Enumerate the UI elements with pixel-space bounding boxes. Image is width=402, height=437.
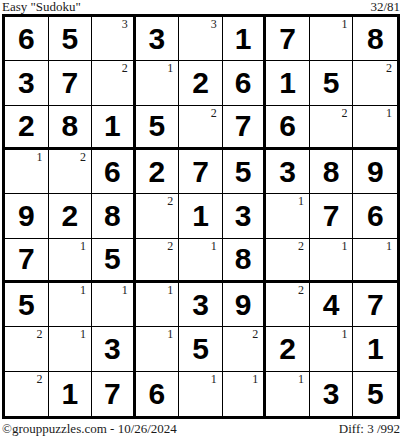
cell-r8c5[interactable]: 5 xyxy=(179,327,223,371)
candidate-count-mark: 1 xyxy=(341,17,347,31)
cell-r8c9[interactable]: 1 xyxy=(353,327,397,371)
candidate-count-mark: 2 xyxy=(252,327,258,341)
cell-r1c1[interactable]: 6 xyxy=(5,17,49,61)
cell-r7c2[interactable]: 1 xyxy=(49,283,93,327)
cell-r9c5[interactable]: 1 xyxy=(179,372,223,416)
given-digit: 2 xyxy=(49,194,92,237)
cell-r7c3[interactable]: 1 xyxy=(92,283,136,327)
given-digit: 2 xyxy=(179,61,222,104)
cell-r5c2[interactable]: 2 xyxy=(49,194,93,238)
cell-r6c3[interactable]: 5 xyxy=(92,239,136,283)
cell-r8c8[interactable]: 1 xyxy=(310,327,354,371)
cell-r9c3[interactable]: 7 xyxy=(92,372,136,416)
cell-r2c9[interactable]: 2 xyxy=(353,61,397,105)
cell-r8c7[interactable]: 2 xyxy=(266,327,310,371)
candidate-count-mark: 1 xyxy=(80,239,86,253)
cell-r3c7[interactable]: 6 xyxy=(266,106,310,150)
cell-r8c4[interactable]: 1 xyxy=(136,327,180,371)
candidate-count-mark: 2 xyxy=(37,327,43,341)
cell-r5c6[interactable]: 3 xyxy=(223,194,267,238)
candidate-count-mark: 2 xyxy=(211,106,217,120)
candidate-count-mark: 3 xyxy=(122,17,128,31)
candidate-count-mark: 1 xyxy=(167,61,173,75)
cell-r6c1[interactable]: 7 xyxy=(5,239,49,283)
cell-r5c1[interactable]: 9 xyxy=(5,194,49,238)
cell-r9c2[interactable]: 1 xyxy=(49,372,93,416)
cell-r9c1[interactable]: 2 xyxy=(5,372,49,416)
given-digit: 5 xyxy=(49,17,92,60)
given-digit: 9 xyxy=(223,283,264,326)
candidate-count-mark: 1 xyxy=(167,327,173,341)
given-digit: 9 xyxy=(353,150,397,193)
candidate-count-mark: 3 xyxy=(211,17,217,31)
cell-r8c3[interactable]: 3 xyxy=(92,327,136,371)
given-digit: 2 xyxy=(136,150,179,193)
header: Easy "Sudoku" 32/81 xyxy=(2,0,400,14)
given-digit: 1 xyxy=(49,372,92,416)
candidate-count-mark: 2 xyxy=(298,283,304,297)
cell-r1c9[interactable]: 8 xyxy=(353,17,397,61)
cell-r4c3[interactable]: 6 xyxy=(92,150,136,194)
cell-r2c2[interactable]: 7 xyxy=(49,61,93,105)
difficulty-text: Diff: 3 /992 xyxy=(339,422,400,436)
cell-r4c1[interactable]: 1 xyxy=(5,150,49,194)
puzzle-title: Easy "Sudoku" xyxy=(2,0,81,13)
cell-r3c3[interactable]: 1 xyxy=(92,106,136,150)
cell-r8c2[interactable]: 1 xyxy=(49,327,93,371)
candidate-count-mark: 1 xyxy=(341,239,347,253)
candidate-count-mark: 2 xyxy=(167,194,173,208)
given-digit: 1 xyxy=(266,61,309,104)
given-digit: 3 xyxy=(92,327,133,370)
candidate-count-mark: 2 xyxy=(341,106,347,120)
given-digit: 5 xyxy=(353,372,397,416)
given-digit: 7 xyxy=(223,106,264,147)
given-digit: 5 xyxy=(310,61,353,104)
given-digit: 7 xyxy=(353,283,397,326)
candidate-count-mark: 1 xyxy=(298,372,304,386)
cell-r2c7[interactable]: 1 xyxy=(266,61,310,105)
given-digit: 6 xyxy=(5,17,48,60)
cells-remaining-counter: 32/81 xyxy=(370,0,400,13)
cell-r2c1[interactable]: 3 xyxy=(5,61,49,105)
given-digit: 3 xyxy=(266,150,309,193)
cell-r1c4[interactable]: 3 xyxy=(136,17,180,61)
cell-r7c7[interactable]: 2 xyxy=(266,283,310,327)
given-digit: 8 xyxy=(223,239,264,280)
given-digit: 3 xyxy=(223,194,264,237)
cell-r1c6[interactable]: 1 xyxy=(223,17,267,61)
cell-r6c6[interactable]: 8 xyxy=(223,239,267,283)
given-digit: 5 xyxy=(223,150,264,193)
cell-r5c7[interactable]: 1 xyxy=(266,194,310,238)
given-digit: 2 xyxy=(266,327,309,370)
given-digit: 1 xyxy=(179,194,222,237)
cell-r6c2[interactable]: 1 xyxy=(49,239,93,283)
given-digit: 1 xyxy=(92,106,133,147)
cell-r5c9[interactable]: 6 xyxy=(353,194,397,238)
given-digit: 5 xyxy=(5,283,48,326)
cell-r1c7[interactable]: 7 xyxy=(266,17,310,61)
given-digit: 6 xyxy=(223,61,264,104)
given-digit: 7 xyxy=(310,194,353,237)
cell-r3c1[interactable]: 2 xyxy=(5,106,49,150)
cell-r3c8[interactable]: 2 xyxy=(310,106,354,150)
cell-r6c8[interactable]: 1 xyxy=(310,239,354,283)
given-digit: 3 xyxy=(136,17,179,60)
given-digit: 6 xyxy=(92,150,133,193)
cell-r6c5[interactable]: 1 xyxy=(179,239,223,283)
cell-r6c4[interactable]: 2 xyxy=(136,239,180,283)
cell-r3c5[interactable]: 2 xyxy=(179,106,223,150)
given-digit: 7 xyxy=(5,239,48,280)
cell-r5c3[interactable]: 8 xyxy=(92,194,136,238)
cell-r9c4[interactable]: 6 xyxy=(136,372,180,416)
cell-r3c4[interactable]: 5 xyxy=(136,106,180,150)
given-digit: 7 xyxy=(49,61,92,104)
candidate-count-mark: 1 xyxy=(386,106,392,120)
given-digit: 7 xyxy=(92,372,133,416)
cell-r2c8[interactable]: 5 xyxy=(310,61,354,105)
candidate-count-mark: 1 xyxy=(211,239,217,253)
cell-r3c6[interactable]: 7 xyxy=(223,106,267,150)
candidate-count-mark: 2 xyxy=(122,61,128,75)
given-digit: 7 xyxy=(179,150,222,193)
cell-r2c6[interactable]: 6 xyxy=(223,61,267,105)
cell-r5c4[interactable]: 2 xyxy=(136,194,180,238)
given-digit: 8 xyxy=(310,150,353,193)
given-digit: 2 xyxy=(5,106,48,147)
cell-r8c6[interactable]: 2 xyxy=(223,327,267,371)
given-digit: 1 xyxy=(353,327,397,370)
sudoku-grid: 6533317183721261522815276211262753899282… xyxy=(2,14,400,419)
candidate-count-mark: 2 xyxy=(298,239,304,253)
cell-r7c8[interactable]: 4 xyxy=(310,283,354,327)
candidate-count-mark: 1 xyxy=(386,239,392,253)
puzzle-page: Easy "Sudoku" 32/81 65333171837212615228… xyxy=(0,0,402,437)
candidate-count-mark: 2 xyxy=(386,61,392,75)
cell-r7c1[interactable]: 5 xyxy=(5,283,49,327)
cell-r2c4[interactable]: 1 xyxy=(136,61,180,105)
candidate-count-mark: 1 xyxy=(341,327,347,341)
given-digit: 5 xyxy=(136,106,179,147)
cell-r4c6[interactable]: 5 xyxy=(223,150,267,194)
cell-r2c5[interactable]: 2 xyxy=(179,61,223,105)
given-digit: 5 xyxy=(92,239,133,280)
given-digit: 3 xyxy=(310,372,353,416)
copyright-text: ©grouppuzzles.com - 10/26/2024 xyxy=(2,422,177,436)
cell-r1c8[interactable]: 1 xyxy=(310,17,354,61)
cell-r4c5[interactable]: 7 xyxy=(179,150,223,194)
candidate-count-mark: 1 xyxy=(211,372,217,386)
cell-r1c5[interactable]: 3 xyxy=(179,17,223,61)
cell-r7c4[interactable]: 1 xyxy=(136,283,180,327)
candidate-count-mark: 2 xyxy=(167,239,173,253)
candidate-count-mark: 1 xyxy=(80,327,86,341)
cell-r7c9[interactable]: 7 xyxy=(353,283,397,327)
cell-r9c9[interactable]: 5 xyxy=(353,372,397,416)
given-digit: 8 xyxy=(353,17,397,60)
given-digit: 6 xyxy=(266,106,309,147)
candidate-count-mark: 1 xyxy=(298,194,304,208)
given-digit: 1 xyxy=(223,17,264,60)
candidate-count-mark: 2 xyxy=(80,150,86,164)
cell-r7c6[interactable]: 9 xyxy=(223,283,267,327)
cell-r4c4[interactable]: 2 xyxy=(136,150,180,194)
given-digit: 3 xyxy=(179,283,222,326)
given-digit: 8 xyxy=(49,106,92,147)
candidate-count-mark: 1 xyxy=(252,372,258,386)
cell-r4c2[interactable]: 2 xyxy=(49,150,93,194)
cell-r9c8[interactable]: 3 xyxy=(310,372,354,416)
given-digit: 4 xyxy=(310,283,353,326)
candidate-count-mark: 2 xyxy=(37,372,43,386)
cell-r5c5[interactable]: 1 xyxy=(179,194,223,238)
cell-r9c7[interactable]: 1 xyxy=(266,372,310,416)
cell-r3c2[interactable]: 8 xyxy=(49,106,93,150)
cell-r4c7[interactable]: 3 xyxy=(266,150,310,194)
candidate-count-mark: 1 xyxy=(167,283,173,297)
footer: ©grouppuzzles.com - 10/26/2024 Diff: 3 /… xyxy=(2,421,400,436)
cell-r1c2[interactable]: 5 xyxy=(49,17,93,61)
cell-r8c1[interactable]: 2 xyxy=(5,327,49,371)
cell-r9c6[interactable]: 1 xyxy=(223,372,267,416)
given-digit: 6 xyxy=(353,194,397,237)
cell-r6c9[interactable]: 1 xyxy=(353,239,397,283)
cell-r6c7[interactable]: 2 xyxy=(266,239,310,283)
candidate-count-mark: 1 xyxy=(37,150,43,164)
cell-r4c8[interactable]: 8 xyxy=(310,150,354,194)
given-digit: 7 xyxy=(266,17,309,60)
given-digit: 6 xyxy=(136,372,179,416)
cell-r7c5[interactable]: 3 xyxy=(179,283,223,327)
cell-r1c3[interactable]: 3 xyxy=(92,17,136,61)
cell-r5c8[interactable]: 7 xyxy=(310,194,354,238)
given-digit: 8 xyxy=(92,194,133,237)
candidate-count-mark: 1 xyxy=(80,283,86,297)
cell-r3c9[interactable]: 1 xyxy=(353,106,397,150)
candidate-count-mark: 1 xyxy=(122,283,128,297)
given-digit: 5 xyxy=(179,327,222,370)
cell-r4c9[interactable]: 9 xyxy=(353,150,397,194)
given-digit: 9 xyxy=(5,194,48,237)
cell-r2c3[interactable]: 2 xyxy=(92,61,136,105)
given-digit: 3 xyxy=(5,61,48,104)
